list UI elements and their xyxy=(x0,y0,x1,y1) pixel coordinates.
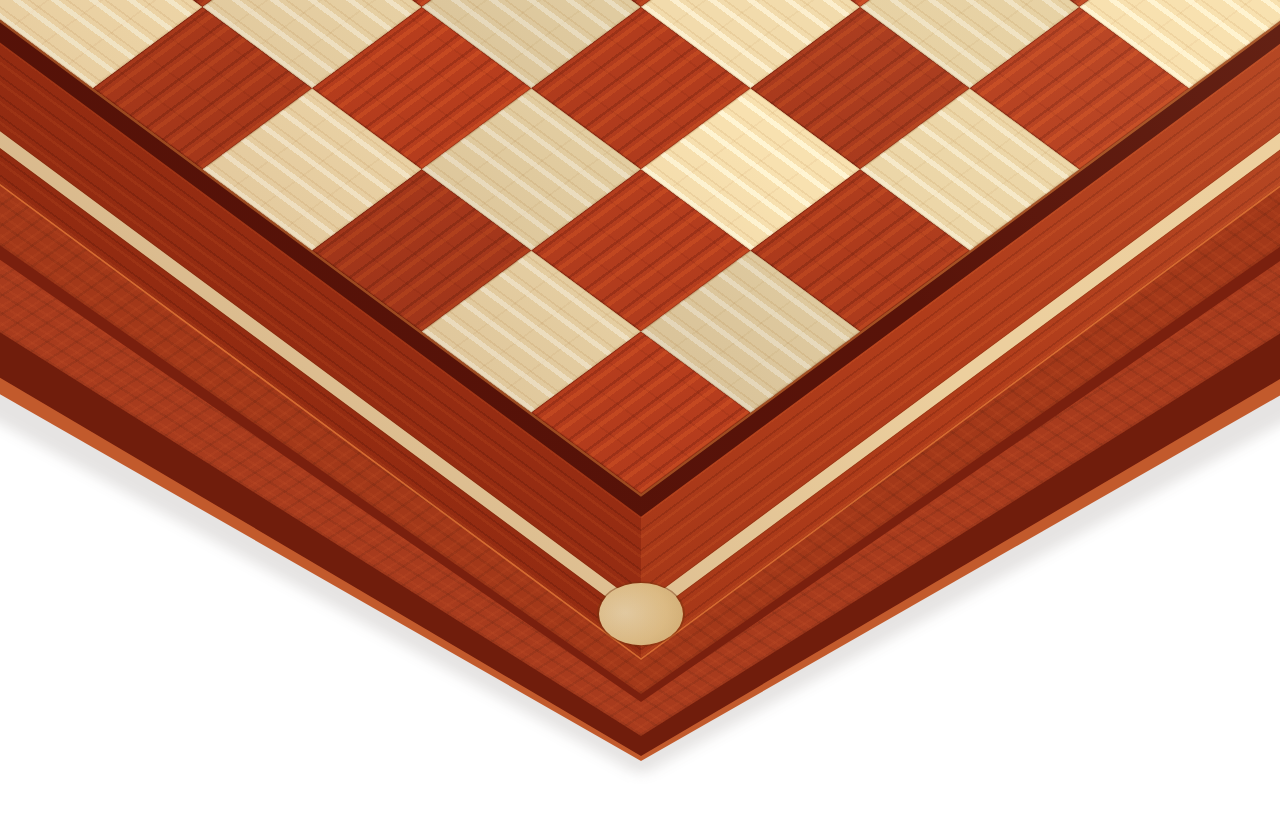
board-photo-scene xyxy=(0,0,1280,815)
